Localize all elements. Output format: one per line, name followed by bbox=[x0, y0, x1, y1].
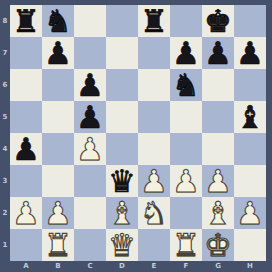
file-label-d: D bbox=[106, 261, 138, 272]
square-e4[interactable] bbox=[138, 133, 170, 165]
square-d6[interactable] bbox=[106, 69, 138, 101]
square-a2[interactable]: ♟ bbox=[10, 197, 42, 229]
piece-white-bishop[interactable]: ♝ bbox=[204, 197, 232, 229]
piece-black-pawn[interactable]: ♟ bbox=[12, 133, 40, 165]
square-f4[interactable] bbox=[170, 133, 202, 165]
square-e1[interactable] bbox=[138, 229, 170, 261]
piece-black-rook[interactable]: ♜ bbox=[12, 5, 40, 37]
square-f3[interactable]: ♟ bbox=[170, 165, 202, 197]
file-label-e: E bbox=[138, 261, 170, 272]
piece-black-pawn[interactable]: ♟ bbox=[76, 69, 104, 101]
piece-black-knight[interactable]: ♞ bbox=[44, 5, 72, 37]
square-d4[interactable] bbox=[106, 133, 138, 165]
piece-black-knight[interactable]: ♞ bbox=[172, 69, 200, 101]
piece-white-pawn[interactable]: ♟ bbox=[204, 165, 232, 197]
rank-label-6: 6 bbox=[0, 69, 10, 101]
square-b2[interactable]: ♟ bbox=[42, 197, 74, 229]
rank-label-5: 5 bbox=[0, 101, 10, 133]
piece-white-pawn[interactable]: ♟ bbox=[140, 165, 168, 197]
square-c4[interactable]: ♟ bbox=[74, 133, 106, 165]
piece-white-king[interactable]: ♚ bbox=[204, 229, 232, 261]
file-label-a: A bbox=[10, 261, 42, 272]
square-d5[interactable] bbox=[106, 101, 138, 133]
piece-white-pawn[interactable]: ♟ bbox=[44, 197, 72, 229]
file-label-c: C bbox=[74, 261, 106, 272]
square-b1[interactable]: ♜ bbox=[42, 229, 74, 261]
square-c6[interactable]: ♟ bbox=[74, 69, 106, 101]
piece-white-pawn[interactable]: ♟ bbox=[76, 133, 104, 165]
square-c2[interactable] bbox=[74, 197, 106, 229]
square-a8[interactable]: ♜ bbox=[10, 5, 42, 37]
rank-label-1: 1 bbox=[0, 229, 10, 261]
square-h4[interactable] bbox=[234, 133, 266, 165]
square-g6[interactable] bbox=[202, 69, 234, 101]
piece-black-king[interactable]: ♚ bbox=[204, 5, 232, 37]
piece-black-pawn[interactable]: ♟ bbox=[44, 37, 72, 69]
square-h8[interactable] bbox=[234, 5, 266, 37]
rank-label-2: 2 bbox=[0, 197, 10, 229]
piece-black-queen[interactable]: ♛ bbox=[108, 165, 136, 197]
rank-label-8: 8 bbox=[0, 5, 10, 37]
square-a6[interactable] bbox=[10, 69, 42, 101]
square-c8[interactable] bbox=[74, 5, 106, 37]
square-h5[interactable]: ♝ bbox=[234, 101, 266, 133]
square-a3[interactable] bbox=[10, 165, 42, 197]
file-labels: ABCDEFGH bbox=[10, 261, 266, 272]
square-a5[interactable] bbox=[10, 101, 42, 133]
piece-white-knight[interactable]: ♞ bbox=[140, 197, 168, 229]
square-e8[interactable]: ♜ bbox=[138, 5, 170, 37]
chess-board: ♜♞♜♚♟♟♟♟♟♞♟♝♟♟♛♟♟♟♟♟♝♞♝♟♜♛♜♚ bbox=[10, 5, 266, 261]
square-c5[interactable]: ♟ bbox=[74, 101, 106, 133]
square-h1[interactable] bbox=[234, 229, 266, 261]
piece-black-pawn[interactable]: ♟ bbox=[204, 37, 232, 69]
square-h2[interactable]: ♟ bbox=[234, 197, 266, 229]
square-c7[interactable] bbox=[74, 37, 106, 69]
piece-black-pawn[interactable]: ♟ bbox=[236, 37, 264, 69]
square-d3[interactable]: ♛ bbox=[106, 165, 138, 197]
file-label-h: H bbox=[234, 261, 266, 272]
square-a4[interactable]: ♟ bbox=[10, 133, 42, 165]
square-a7[interactable] bbox=[10, 37, 42, 69]
piece-white-pawn[interactable]: ♟ bbox=[172, 165, 200, 197]
square-g8[interactable]: ♚ bbox=[202, 5, 234, 37]
piece-white-pawn[interactable]: ♟ bbox=[236, 197, 264, 229]
square-g5[interactable] bbox=[202, 101, 234, 133]
square-b6[interactable] bbox=[42, 69, 74, 101]
square-d2[interactable]: ♝ bbox=[106, 197, 138, 229]
square-c3[interactable] bbox=[74, 165, 106, 197]
square-g4[interactable] bbox=[202, 133, 234, 165]
square-f7[interactable]: ♟ bbox=[170, 37, 202, 69]
piece-white-queen[interactable]: ♛ bbox=[108, 229, 136, 261]
square-e5[interactable] bbox=[138, 101, 170, 133]
square-b8[interactable]: ♞ bbox=[42, 5, 74, 37]
square-b3[interactable] bbox=[42, 165, 74, 197]
square-g1[interactable]: ♚ bbox=[202, 229, 234, 261]
rank-labels: 87654321 bbox=[0, 5, 10, 261]
square-g3[interactable]: ♟ bbox=[202, 165, 234, 197]
piece-black-pawn[interactable]: ♟ bbox=[76, 101, 104, 133]
square-f6[interactable]: ♞ bbox=[170, 69, 202, 101]
square-d8[interactable] bbox=[106, 5, 138, 37]
piece-black-bishop[interactable]: ♝ bbox=[236, 101, 264, 133]
square-h7[interactable]: ♟ bbox=[234, 37, 266, 69]
square-h6[interactable] bbox=[234, 69, 266, 101]
piece-white-bishop[interactable]: ♝ bbox=[108, 197, 136, 229]
square-b5[interactable] bbox=[42, 101, 74, 133]
square-d1[interactable]: ♛ bbox=[106, 229, 138, 261]
piece-white-rook[interactable]: ♜ bbox=[44, 229, 72, 261]
square-g2[interactable]: ♝ bbox=[202, 197, 234, 229]
piece-white-rook[interactable]: ♜ bbox=[172, 229, 200, 261]
square-e2[interactable]: ♞ bbox=[138, 197, 170, 229]
file-label-f: F bbox=[170, 261, 202, 272]
square-c1[interactable] bbox=[74, 229, 106, 261]
file-label-g: G bbox=[202, 261, 234, 272]
square-a1[interactable] bbox=[10, 229, 42, 261]
rank-label-3: 3 bbox=[0, 165, 10, 197]
square-b4[interactable] bbox=[42, 133, 74, 165]
square-f2[interactable] bbox=[170, 197, 202, 229]
square-h3[interactable] bbox=[234, 165, 266, 197]
square-f8[interactable] bbox=[170, 5, 202, 37]
square-f1[interactable]: ♜ bbox=[170, 229, 202, 261]
square-g7[interactable]: ♟ bbox=[202, 37, 234, 69]
square-e7[interactable] bbox=[138, 37, 170, 69]
piece-black-rook[interactable]: ♜ bbox=[140, 5, 168, 37]
square-e3[interactable]: ♟ bbox=[138, 165, 170, 197]
rank-label-7: 7 bbox=[0, 37, 10, 69]
piece-white-pawn[interactable]: ♟ bbox=[12, 197, 40, 229]
square-f5[interactable] bbox=[170, 101, 202, 133]
chess-board-widget: 87654321 ♜♞♜♚♟♟♟♟♟♞♟♝♟♟♛♟♟♟♟♟♝♞♝♟♜♛♜♚ AB… bbox=[0, 0, 272, 272]
piece-black-pawn[interactable]: ♟ bbox=[172, 37, 200, 69]
square-b7[interactable]: ♟ bbox=[42, 37, 74, 69]
rank-label-4: 4 bbox=[0, 133, 10, 165]
square-d7[interactable] bbox=[106, 37, 138, 69]
file-label-b: B bbox=[42, 261, 74, 272]
square-e6[interactable] bbox=[138, 69, 170, 101]
